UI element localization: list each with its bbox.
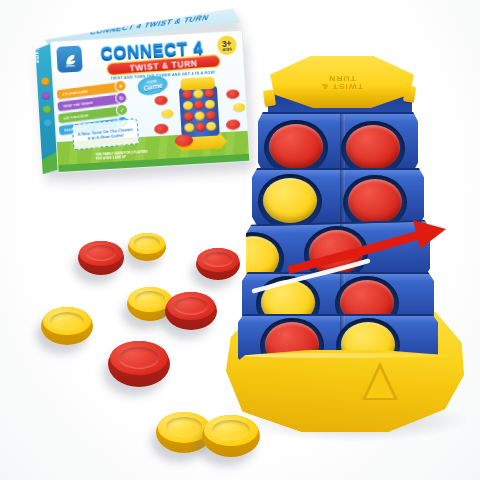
game-box: CONNECT 4 TWIST & TURN Game CONNECT 4 TW… (31, 6, 250, 176)
mini-disc (194, 111, 205, 121)
loose-disc-red (108, 341, 170, 387)
loose-disc-red (165, 292, 217, 330)
twist-arrow (235, 212, 465, 307)
feature-icon-1: ✦ (114, 79, 127, 92)
swan-logo-icon (60, 50, 79, 69)
loose-disc-red (78, 241, 124, 275)
box-side-text: Game (35, 46, 41, 64)
tower-slot (264, 120, 328, 172)
loose-disc-yellow (41, 307, 93, 345)
twist-arrow-head (413, 220, 446, 249)
cap-text-line2: TURN (321, 74, 363, 82)
loose-disc-yellow (128, 233, 166, 261)
cap-text-line1: TWIST & (321, 82, 363, 90)
box-art-flying-disc-red (154, 95, 168, 105)
brand-logo (56, 45, 82, 72)
mini-disc (195, 122, 206, 132)
mini-disc (183, 112, 194, 122)
side-dot-blue (44, 119, 52, 127)
base-triangle-mark (362, 362, 398, 400)
box-front-panel: CONNECT 4 TWIST & TURN TWIST AND TURN TH… (50, 30, 250, 173)
box-art-flying-disc-red (154, 123, 169, 134)
tower-disc (269, 124, 323, 169)
feature-label: 2 PLAYER GAME (62, 89, 88, 96)
box-art-flying-disc-red (226, 89, 240, 99)
mini-tower-discs (181, 89, 217, 134)
mini-disc (184, 123, 195, 133)
mini-disc (204, 89, 215, 99)
mini-disc (194, 100, 205, 110)
splash-word: Game (143, 81, 163, 92)
box-art-flying-disc-red (226, 119, 241, 130)
mini-tower-body (179, 85, 220, 137)
side-dot-purple (42, 91, 50, 99)
loose-disc-yellow (202, 415, 260, 457)
mini-disc (205, 111, 216, 121)
tower-row-1 (258, 112, 418, 172)
side-dot-green (43, 105, 51, 113)
age-badge: 3+ AGES (216, 34, 238, 56)
product-photo: CONNECT 4 TWIST & TURN Game CONNECT 4 TW… (0, 0, 480, 480)
twist-arrow-red-swoosh (288, 230, 422, 274)
mini-disc (183, 101, 194, 111)
loose-disc-red (196, 248, 240, 280)
box-art-flying-disc-yellow (233, 103, 245, 112)
mini-tower-cap (180, 77, 215, 91)
mini-disc (205, 100, 216, 110)
feature-label: GET 4 IN A ROW (63, 113, 88, 120)
tower-disc (346, 125, 400, 170)
age-badge-sub: AGES (223, 47, 232, 52)
tower-cap: TWIST & TURN (270, 56, 414, 108)
mini-disc (182, 90, 193, 100)
mini-disc (206, 122, 217, 132)
mini-disc (193, 89, 204, 99)
feature-label: TWIST THE TOWER (63, 100, 93, 108)
side-dot-orange (41, 77, 49, 85)
base-triangle-inner (366, 368, 394, 398)
feature-icon-2: ↻ (115, 91, 128, 104)
box-art-flying-disc-yellow (161, 109, 173, 118)
feature-icon-3: ✓ (115, 103, 128, 116)
tower-slot (341, 121, 405, 172)
cap-embossed-text: TWIST & TURN (321, 74, 363, 90)
